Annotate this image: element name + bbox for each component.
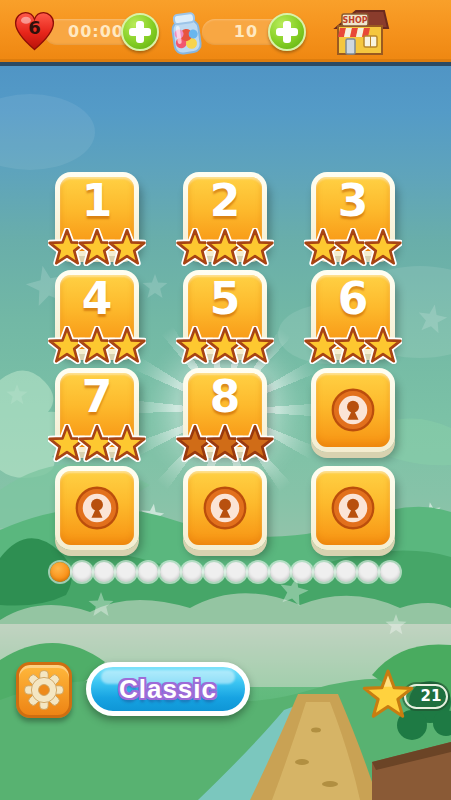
level-tile-5[interactable]: 5	[183, 270, 267, 354]
page-dots	[50, 562, 401, 582]
page-dot-9[interactable]	[226, 562, 246, 582]
lock-icon	[330, 387, 376, 433]
page-dot-12[interactable]	[292, 562, 312, 582]
level-tile-locked[interactable]	[311, 368, 395, 452]
level-number: 6	[311, 270, 395, 328]
level-number: 2	[183, 172, 267, 230]
star-icon	[236, 424, 274, 462]
level-tile-locked[interactable]	[183, 466, 267, 550]
page-dot-10[interactable]	[248, 562, 268, 582]
top-bar: 00:00 6 10	[0, 0, 451, 62]
page-dot-11[interactable]	[270, 562, 290, 582]
lives-count: 6	[11, 17, 58, 38]
add-candy-button[interactable]	[268, 13, 306, 51]
level-grid: 12345678	[55, 172, 395, 550]
page-dot-2[interactable]	[72, 562, 92, 582]
level-number: 1	[55, 172, 139, 230]
page-dot-15[interactable]	[358, 562, 378, 582]
level-stars	[301, 228, 405, 266]
level-stars	[173, 228, 277, 266]
candy-jar-icon	[165, 9, 207, 56]
page-dot-3[interactable]	[94, 562, 114, 582]
classic-mode-button[interactable]: Classic	[86, 662, 250, 716]
level-stars	[45, 228, 149, 266]
add-lives-button[interactable]	[121, 13, 159, 51]
level-stars	[173, 424, 277, 462]
star-icon	[236, 326, 274, 364]
level-tile-6[interactable]: 6	[311, 270, 395, 354]
level-stars	[301, 326, 405, 364]
level-stars	[45, 326, 149, 364]
star-icon	[364, 326, 402, 364]
star-icon	[236, 228, 274, 266]
level-number: 7	[55, 368, 139, 426]
page-dot-6[interactable]	[160, 562, 180, 582]
level-tile-7[interactable]: 7	[55, 368, 139, 452]
lock-icon	[74, 485, 120, 531]
level-tile-locked[interactable]	[55, 466, 139, 550]
game-screen: 00:00 6 10	[0, 0, 451, 800]
star-icon	[108, 326, 146, 364]
level-tile-3[interactable]: 3	[311, 172, 395, 256]
star-icon	[364, 228, 402, 266]
page-dot-7[interactable]	[182, 562, 202, 582]
level-tile-8[interactable]: 8	[183, 368, 267, 452]
level-number: 8	[183, 368, 267, 426]
page-dot-14[interactable]	[336, 562, 356, 582]
page-dot-4[interactable]	[116, 562, 136, 582]
page-dot-13[interactable]	[314, 562, 334, 582]
level-stars	[45, 424, 149, 462]
level-stars	[173, 326, 277, 364]
shop-icon: SHOP	[326, 6, 392, 58]
gear-icon	[23, 669, 65, 711]
level-number: 3	[311, 172, 395, 230]
lock-icon	[202, 485, 248, 531]
star-icon	[108, 228, 146, 266]
page-dot-1[interactable]	[50, 562, 70, 582]
level-tile-2[interactable]: 2	[183, 172, 267, 256]
page-dot-16[interactable]	[380, 562, 400, 582]
level-number: 4	[55, 270, 139, 328]
level-tile-4[interactable]: 4	[55, 270, 139, 354]
classic-mode-label: Classic	[91, 674, 245, 705]
top-bar-shadow	[0, 62, 451, 66]
page-dot-5[interactable]	[138, 562, 158, 582]
settings-button[interactable]	[16, 662, 72, 718]
level-number: 5	[183, 270, 267, 328]
svg-text:SHOP: SHOP	[342, 16, 367, 25]
level-tile-1[interactable]: 1	[55, 172, 139, 256]
lock-icon	[330, 485, 376, 531]
total-stars-icon	[362, 668, 414, 720]
shop-button[interactable]: SHOP	[326, 6, 392, 58]
page-dot-8[interactable]	[204, 562, 224, 582]
star-icon	[108, 424, 146, 462]
level-tile-locked[interactable]	[311, 466, 395, 550]
